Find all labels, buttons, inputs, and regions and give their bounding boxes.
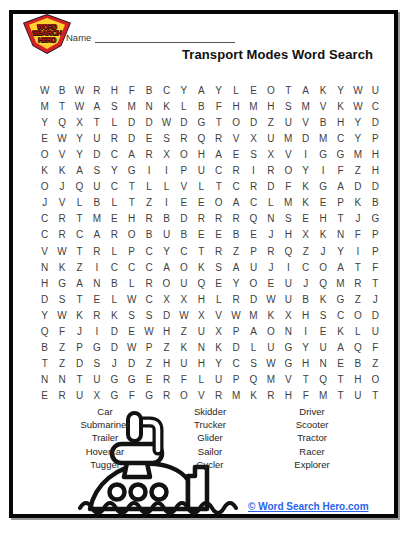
grid-cell: T [367,275,384,291]
grid-cell: F [53,324,70,340]
grid-cell: E [262,275,279,291]
grid-cell: E [193,195,210,211]
grid-cell: E [175,195,192,211]
grid-cell: X [175,291,192,307]
grid-cell: J [297,275,314,291]
grid-cell: A [88,98,105,114]
grid-cell: B [349,356,366,372]
grid-cell: C [36,211,53,227]
grid-cell: K [158,98,175,114]
grid-cell: M [280,195,297,211]
grid-cell: C [175,243,192,259]
grid-cell: K [297,179,314,195]
grid-cell: E [245,82,262,98]
grid-cell: H [193,356,210,372]
grid-cell: V [175,179,192,195]
grid-cell: A [123,146,140,162]
grid-cell: B [227,227,244,243]
grid-cell: R [262,163,279,179]
grid-cell: X [158,291,175,307]
grid-cell: L [262,195,279,211]
grid-cell: O [175,146,192,162]
grid-cell: O [227,114,244,130]
grid-cell: J [314,243,331,259]
word-list-item: Submariner [55,418,155,431]
grid-cell: Y [106,163,123,179]
grid-cell: T [71,211,88,227]
grid-cell: U [193,163,210,179]
porthole-icon [131,485,146,500]
grid-cell: I [297,324,314,340]
grid-cell: B [367,195,384,211]
grid-cell: D [88,146,105,162]
grid-cell: A [88,227,105,243]
grid-cell: B [53,82,70,98]
grid-cell: Y [227,275,244,291]
grid-cell: U [245,259,262,275]
grid-cell: A [210,146,227,162]
grid-cell: V [36,243,53,259]
grid-cell: K [71,307,88,323]
grid-cell: T [332,211,349,227]
grid-cell: H [158,324,175,340]
grid-cell: Z [175,324,192,340]
grid-cell: G [280,356,297,372]
grid-cell: P [140,340,157,356]
grid-cell: G [106,388,123,404]
grid-cell: W [53,243,70,259]
grid-cell: N [262,211,279,227]
grid-cell: G [332,146,349,162]
grid-cell: E [140,130,157,146]
grid-cell: V [297,114,314,130]
grid-cell: R [210,388,227,404]
grid-cell: D [175,211,192,227]
grid-cell: E [140,372,157,388]
word-list-item: Explorer [262,458,362,471]
grid-cell: T [71,372,88,388]
grid-cell: P [227,372,244,388]
grid-cell: E [314,324,331,340]
grid-cell: E [36,388,53,404]
grid-cell: U [88,130,105,146]
grid-cell: T [36,356,53,372]
grid-cell: H [123,211,140,227]
grid-cell: T [210,114,227,130]
grid-cell: O [36,179,53,195]
grid-cell: L [71,195,88,211]
grid-cell: T [332,372,349,388]
grid-cell: D [106,324,123,340]
grid-cell: A [158,259,175,275]
grid-cell: V [227,130,244,146]
grid-cell: Q [193,130,210,146]
grid-cell: T [280,82,297,98]
grid-cell: V [280,372,297,388]
grid-cell: M [349,146,366,162]
grid-cell: U [175,275,192,291]
grid-cell: F [123,388,140,404]
grid-cell: T [367,388,384,404]
grid-cell: S [210,259,227,275]
grid-cell: A [227,259,244,275]
grid-cell: B [297,291,314,307]
grid-cell: H [280,388,297,404]
grid-cell: D [175,114,192,130]
grid-cell: L [349,324,366,340]
word-list-item: Skidder [160,405,260,418]
grid-cell: R [227,163,244,179]
grid-cell: O [123,227,140,243]
grid-cell: Y [210,82,227,98]
grid-cell: K [349,195,366,211]
word-search-grid: WBWRHFBCYAYLEOTAKYWUMTWASMNKLBFHMHSMVKWC… [36,82,384,404]
grid-cell: Z [71,259,88,275]
grid-cell: W [123,340,140,356]
grid-cell: E [332,356,349,372]
grid-cell: N [332,227,349,243]
grid-cell: X [71,114,88,130]
grid-cell: C [106,146,123,162]
grid-cell: Y [332,82,349,98]
grid-cell: G [140,388,157,404]
grid-cell: I [158,163,175,179]
grid-cell: H [314,211,331,227]
grid-cell: C [297,259,314,275]
grid-cell: L [140,179,157,195]
grid-cell: A [71,275,88,291]
grid-cell: X [210,324,227,340]
grid-cell: C [140,291,157,307]
name-label: Name [66,32,91,43]
grid-cell: Q [349,340,366,356]
grid-cell: H [297,356,314,372]
grid-cell: G [123,372,140,388]
grid-cell: W [53,307,70,323]
grid-cell: Z [262,114,279,130]
word-list-item: Car [55,405,155,418]
grid-cell: H [36,275,53,291]
grid-cell: V [53,195,70,211]
name-blank-line [95,32,235,43]
grid-cell: F [175,372,192,388]
grid-cell: P [175,163,192,179]
grid-cell: M [314,388,331,404]
grid-cell: Q [36,324,53,340]
grid-cell: W [123,291,140,307]
grid-cell: R [140,275,157,291]
grid-cell: Q [245,372,262,388]
grid-cell: Y [71,146,88,162]
grid-cell: R [106,227,123,243]
grid-cell: A [332,179,349,195]
grid-cell: H [106,82,123,98]
grid-cell: Y [36,307,53,323]
word-list-item: Trucker [160,418,260,431]
word-list-item: Scooter [262,418,362,431]
grid-cell: B [106,275,123,291]
grid-cell: R [349,275,366,291]
grid-cell: Q [193,275,210,291]
grid-cell: R [262,388,279,404]
grid-cell: T [123,179,140,195]
grid-cell: F [280,179,297,195]
grid-cell: C [140,243,157,259]
grid-cell: O [262,82,279,98]
grid-cell: S [314,307,331,323]
grid-cell: D [140,114,157,130]
grid-cell: J [349,211,366,227]
grid-cell: I [297,146,314,162]
grid-cell: T [210,179,227,195]
grid-cell: A [332,340,349,356]
grid-cell: R [210,130,227,146]
grid-cell: N [193,340,210,356]
grid-cell: M [123,98,140,114]
grid-cell: R [158,372,175,388]
grid-cell: W [175,307,192,323]
grid-cell: T [193,243,210,259]
grid-cell: M [36,98,53,114]
grid-cell: S [123,307,140,323]
grid-cell: U [88,179,105,195]
grid-cell: M [245,98,262,114]
grid-cell: C [332,307,349,323]
grid-cell: S [88,163,105,179]
grid-cell: G [314,179,331,195]
grid-cell: R [53,227,70,243]
grid-cell: C [158,82,175,98]
grid-cell: F [367,340,384,356]
grid-cell: U [88,372,105,388]
grid-cell: P [71,340,88,356]
grid-cell: S [280,98,297,114]
grid-cell: C [106,259,123,275]
grid-cell: K [314,291,331,307]
grid-cell: N [314,356,331,372]
grid-cell: R [210,243,227,259]
grid-cell: S [140,307,157,323]
grid-cell: T [332,388,349,404]
grid-cell: A [71,163,88,179]
grid-cell: K [297,195,314,211]
grid-cell: L [106,243,123,259]
grid-cell: Y [297,340,314,356]
grid-cell: T [297,372,314,388]
grid-cell: K [193,259,210,275]
grid-cell: S [158,130,175,146]
grid-cell: A [193,82,210,98]
grid-cell: J [53,179,70,195]
grid-cell: P [367,227,384,243]
word-list-item: Hovercar [55,445,155,458]
grid-cell: U [280,275,297,291]
grid-cell: P [227,324,244,340]
grid-cell: L [106,291,123,307]
grid-cell: U [175,356,192,372]
grid-cell: B [175,227,192,243]
grid-cell: F [349,227,366,243]
word-list-item: Sailor [160,445,260,458]
grid-cell: L [106,114,123,130]
word-list-column-1: CarSubmarinerTrailerHovercarTugger [55,405,155,471]
grid-cell: E [210,227,227,243]
grid-cell: H [262,98,279,114]
grid-cell: D [123,114,140,130]
grid-cell: N [53,372,70,388]
grid-cell: P [123,243,140,259]
grid-cell: E [123,324,140,340]
grid-cell: Y [332,243,349,259]
grid-cell: S [106,98,123,114]
grid-cell: H [158,356,175,372]
grid-cell: N [280,324,297,340]
grid-cell: I [140,163,157,179]
grid-cell: A [332,259,349,275]
grid-cell: E [227,146,244,162]
grid-cell: W [158,114,175,130]
grid-cell: D [367,307,384,323]
grid-cell: I [88,324,105,340]
grid-cell: C [245,195,262,211]
grid-cell: H [297,307,314,323]
grid-cell: X [245,130,262,146]
grid-cell: O [158,275,175,291]
grid-cell: W [140,324,157,340]
grid-cell: C [140,259,157,275]
grid-cell: H [367,163,384,179]
grid-cell: X [297,227,314,243]
grid-cell: Q [280,243,297,259]
word-list-item: Cycler [160,458,260,471]
grid-cell: B [88,195,105,211]
grid-cell: B [140,227,157,243]
grid-cell: N [88,275,105,291]
grid-cell: E [88,291,105,307]
grid-cell: D [245,114,262,130]
grid-cell: O [367,372,384,388]
grid-cell: Y [36,114,53,130]
grid-cell: I [245,163,262,179]
grid-cell: E [106,211,123,227]
grid-cell: G [123,163,140,179]
grid-cell: J [106,356,123,372]
word-search-hero-link[interactable]: © Word Search Hero.com [248,501,369,512]
word-list-item: Tugger [55,458,155,471]
grid-cell: O [36,146,53,162]
grid-cell: D [123,356,140,372]
grid-cell: T [349,259,366,275]
grid-cell: W [71,82,88,98]
grid-cell: D [367,114,384,130]
grid-cell: C [332,130,349,146]
grid-cell: W [71,98,88,114]
grid-cell: V [193,388,210,404]
grid-cell: U [262,340,279,356]
grid-cell: Z [349,163,366,179]
grid-cell: K [53,163,70,179]
grid-cell: I [158,195,175,211]
grid-cell: G [332,291,349,307]
grid-cell: D [123,130,140,146]
grid-cell: X [280,307,297,323]
grid-cell: Z [53,356,70,372]
grid-cell: D [106,340,123,356]
grid-cell: K [332,98,349,114]
grid-cell: U [210,372,227,388]
grid-cell: R [245,179,262,195]
grid-cell: E [297,211,314,227]
grid-cell: M [262,372,279,388]
grid-cell: V [53,146,70,162]
grid-cell: Q [245,211,262,227]
grid-cell: O [175,259,192,275]
grid-cell: O [175,388,192,404]
grid-cell: B [36,340,53,356]
grid-cell: R [227,291,244,307]
word-list-item: Driver [262,405,362,418]
grid-cell: E [36,130,53,146]
grid-cell: H [280,227,297,243]
grid-cell: O [245,275,262,291]
grid-cell: M [88,211,105,227]
word-list-item: Glider [160,431,260,444]
grid-cell: O [314,259,331,275]
grid-cell: W [53,130,70,146]
grid-cell: L [193,372,210,388]
grid-cell: H [227,98,244,114]
grid-cell: N [36,372,53,388]
grid-cell: Y [210,356,227,372]
grid-cell: O [210,195,227,211]
grid-cell: G [53,275,70,291]
grid-cell: F [297,388,314,404]
grid-cell: Z [53,340,70,356]
word-list-column-2: SkidderTruckerGliderSailorCycler [160,405,260,471]
grid-cell: B [193,98,210,114]
grid-cell: Z [140,356,157,372]
grid-cell: B [140,82,157,98]
grid-cell: G [367,211,384,227]
grid-cell: I [314,163,331,179]
grid-cell: Y [349,114,366,130]
grid-cell: Y [71,130,88,146]
grid-cell: R [175,130,192,146]
grid-cell: C [106,179,123,195]
grid-cell: W [262,356,279,372]
grid-cell: Z [227,243,244,259]
grid-cell: C [210,163,227,179]
grid-cell: L [106,195,123,211]
grid-cell: U [71,388,88,404]
grid-cell: W [262,291,279,307]
grid-cell: J [36,195,53,211]
grid-cell: B [158,211,175,227]
grid-cell: M [227,388,244,404]
grid-cell: Q [71,179,88,195]
grid-cell: V [314,98,331,114]
grid-cell: J [71,324,88,340]
grid-cell: D [297,130,314,146]
grid-cell: R [53,388,70,404]
grid-cell: D [158,307,175,323]
grid-cell: Q [53,114,70,130]
grid-cell: I [88,259,105,275]
grid-cell: U [349,388,366,404]
word-search-hero-logo: WORD SEARCH HERO [23,14,71,54]
logo-text-hero: HERO [38,37,56,44]
grid-cell: G [280,340,297,356]
